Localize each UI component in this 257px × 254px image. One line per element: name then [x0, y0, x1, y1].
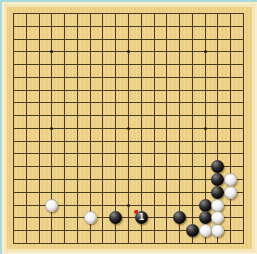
black-stone [173, 211, 186, 224]
grid-line-vertical [154, 13, 155, 244]
grid-line-horizontal [13, 179, 244, 180]
white-stone [211, 224, 224, 237]
white-stone [45, 199, 58, 212]
black-stone [211, 160, 224, 173]
black-stone: 1 [135, 211, 148, 224]
grid-line-horizontal [13, 141, 244, 142]
grid-line-horizontal [13, 166, 244, 167]
white-stone [224, 186, 237, 199]
star-point [127, 50, 130, 53]
go-board[interactable]: 1 [4, 4, 255, 252]
black-stone [186, 224, 199, 237]
white-stone [211, 211, 224, 224]
move-number-label: 1 [139, 214, 145, 222]
go-app-window: 1 [0, 0, 257, 254]
grid-line-vertical [141, 13, 142, 244]
grid-line-vertical [230, 13, 231, 244]
grid-line-vertical [192, 13, 193, 244]
white-stone [84, 211, 97, 224]
last-move-marker [134, 210, 138, 214]
star-point [127, 204, 130, 207]
grid-line-horizontal [13, 153, 244, 154]
grid-line-vertical [243, 13, 244, 244]
grid-line-horizontal [13, 192, 244, 193]
grid-line-vertical [179, 13, 180, 244]
black-stone [211, 186, 224, 199]
black-stone [109, 211, 122, 224]
grid-line-vertical [166, 13, 167, 244]
white-stone [224, 173, 237, 186]
star-point [50, 127, 53, 130]
grid-line-horizontal [13, 243, 244, 244]
star-point [127, 127, 130, 130]
black-stone [211, 173, 224, 186]
star-point [50, 50, 53, 53]
star-point [204, 127, 207, 130]
star-point [204, 50, 207, 53]
